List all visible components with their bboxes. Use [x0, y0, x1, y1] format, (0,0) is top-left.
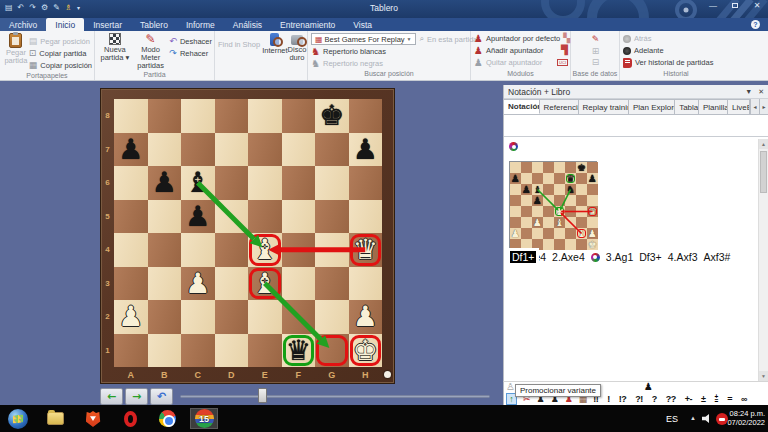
symbol-+-[interactable]: +-	[685, 394, 692, 404]
piece-bP-b6[interactable]: ♟	[148, 166, 182, 200]
ribbon-group-base-datos: ✎ ⊞ ⊟ Base de datos	[571, 31, 620, 80]
chevron-down-icon: ▼	[407, 36, 412, 42]
pegar-partida-button[interactable]: Pegar partida	[3, 33, 29, 71]
rank-label-8: 8	[101, 111, 114, 120]
square-h6[interactable]	[349, 166, 383, 200]
training-ring-icon	[591, 253, 600, 262]
tab-tablero[interactable]: Tablero	[131, 18, 177, 31]
tab-plan-explorer[interactable]: Plan Explorer	[629, 99, 675, 114]
apuntador-por-defecto-button[interactable]: ♟ Apuntador por defecto ▚	[474, 33, 568, 44]
highlight-red-g2	[577, 229, 586, 238]
screen: ▤ ↶ ↷ ⚙ ✎ ♗ ▾ Tablero — ✕ ? Archivo Inic…	[0, 0, 768, 432]
close-button[interactable]: ✕	[750, 0, 764, 12]
square-d8[interactable]	[543, 162, 554, 173]
tab-livebook[interactable]: LiveBook	[728, 99, 750, 114]
highlight-red-e4	[249, 234, 281, 266]
file-explorer-icon[interactable]	[41, 408, 69, 429]
adelante-button[interactable]: Adelante	[623, 45, 730, 56]
ribbon-group-modulos: ♟ Apuntador por defecto ▚ ♟ Añadir apunt…	[471, 31, 571, 80]
square-e5[interactable]	[248, 200, 282, 234]
square-d4[interactable]	[215, 233, 249, 267]
chrome-browser-icon[interactable]	[153, 408, 181, 429]
file-label-G: G	[315, 370, 349, 380]
find-in-shop-button[interactable]: Find in Shop	[218, 39, 260, 50]
internet-search-icon	[270, 33, 279, 46]
square-b5[interactable]	[521, 195, 532, 206]
square-a5[interactable]	[510, 195, 521, 206]
piece-bB-c6[interactable]: ♝	[532, 184, 543, 195]
window-title: Tablero	[0, 3, 768, 13]
group-label: Módulos	[471, 69, 570, 80]
square-b3[interactable]	[521, 217, 532, 228]
tab-tabla[interactable]: Tabla	[675, 99, 699, 114]
replay-board-icon: ▦	[315, 35, 323, 44]
square-c2[interactable]	[532, 228, 543, 239]
forward-icon	[623, 47, 631, 55]
minimize-button[interactable]: —	[706, 0, 720, 12]
symbol-∞[interactable]: ∞	[741, 394, 747, 404]
add-engine-pawn-icon: ♟	[474, 46, 483, 56]
nueva-partida-button[interactable]: Nueva partida ▾	[98, 33, 132, 70]
history-book-icon	[623, 58, 632, 68]
square-b2[interactable]	[148, 300, 182, 334]
square-h3[interactable]	[349, 267, 383, 301]
tab-scroll-left-icon[interactable]: ◂	[750, 99, 759, 114]
square-g1[interactable]	[576, 239, 587, 250]
symbol-=[interactable]: =	[727, 394, 732, 404]
piece-wP-c3[interactable]: ♟	[532, 217, 543, 228]
square-a1[interactable]	[114, 334, 148, 368]
ribbon-group-buscar-posicion: ▦ Best Games For Replay ▼ ⌕ En esta part…	[308, 31, 471, 80]
square-g5[interactable]	[576, 195, 587, 206]
square-a3[interactable]	[114, 267, 148, 301]
file-label-F: F	[282, 370, 316, 380]
takeback-button[interactable]: ↶	[150, 388, 173, 405]
copiar-partida-button[interactable]: ⊡ Copiar partida	[29, 48, 92, 59]
square-b3[interactable]	[148, 267, 182, 301]
ribbon-tab-row: Archivo Inicio Insertar Tablero Informe …	[0, 18, 768, 31]
square-e1[interactable]	[554, 239, 565, 250]
square-d3[interactable]	[543, 217, 554, 228]
square-d3[interactable]	[215, 267, 249, 301]
repertorio-negras-button[interactable]: ♞ Repertorio negras	[311, 58, 468, 69]
square-c4[interactable]	[532, 206, 543, 217]
square-d8[interactable]	[215, 99, 249, 133]
square-f7[interactable]	[282, 133, 316, 167]
deshacer-button[interactable]: ↶ Deshacer	[169, 36, 212, 47]
en-esta-partida-button[interactable]: ⌕ En esta partida	[420, 34, 478, 45]
rank-label-1: 1	[101, 346, 114, 355]
tab-entrenamiento[interactable]: Entrenamiento	[271, 18, 344, 31]
notation-panel-header: Notación + Libro ▼ ✕	[504, 85, 768, 99]
group-label: Partida	[95, 70, 214, 80]
panel-menu-icon[interactable]: ▼	[745, 88, 752, 96]
rank-label-7: 7	[101, 145, 114, 154]
ribbon-group-portapapeles: Pegar partida ▤ Pegar posición ⊡ Copiar …	[0, 31, 95, 80]
move-Df1[interactable]: Df1+	[507, 248, 539, 266]
square-c4[interactable]	[181, 233, 215, 267]
square-h6[interactable]	[587, 184, 598, 195]
square-d7[interactable]	[215, 133, 249, 167]
opera-browser-icon[interactable]	[116, 408, 144, 429]
best-games-dropdown[interactable]: ▦ Best Games For Replay ▼	[311, 33, 416, 45]
square-a4[interactable]	[510, 206, 521, 217]
nag-symbols: !!!!??!???+-±+==∞	[593, 394, 747, 404]
tooltip: Promocionar variante	[515, 384, 601, 397]
piece-bK-g8[interactable]: ♚	[576, 162, 587, 173]
piece-bK-g8[interactable]: ♚	[315, 99, 349, 133]
file-label-H: H	[349, 370, 383, 380]
square-a4[interactable]	[114, 233, 148, 267]
square-d5[interactable]	[543, 195, 554, 206]
piece-bP-a7[interactable]: ♟	[114, 133, 148, 167]
game-position-slider-thumb[interactable]	[258, 388, 267, 403]
square-f1[interactable]	[565, 239, 576, 250]
square-e6[interactable]	[554, 184, 565, 195]
square-h8[interactable]	[587, 162, 598, 173]
restore-button[interactable]	[728, 0, 742, 12]
board-navigation-bar: ← → ↶	[100, 387, 495, 405]
square-e6[interactable]	[248, 166, 282, 200]
figurine-pawn-icon[interactable]: ♙	[506, 382, 515, 392]
file-label-A: A	[114, 370, 148, 380]
square-d1[interactable]	[543, 239, 554, 250]
tab-planilla[interactable]: Planilla	[699, 99, 728, 114]
square-e2[interactable]	[248, 300, 282, 334]
brave-browser-icon[interactable]	[79, 408, 107, 429]
piece-wP-h2[interactable]: ♟	[587, 228, 598, 239]
hard-disk-search-icon	[291, 35, 303, 45]
square-f5[interactable]	[565, 195, 576, 206]
rank-label-3: 3	[101, 279, 114, 288]
square-a8[interactable]	[114, 99, 148, 133]
engine-settings-icon[interactable]: ▚	[563, 34, 570, 43]
ver-historial-button[interactable]: Ver historial de partidas	[623, 57, 730, 68]
figurine-black-pawn-icon[interactable]: ♟	[644, 382, 653, 392]
square-g3[interactable]	[576, 217, 587, 228]
piece-wP-c3[interactable]: ♟	[181, 267, 215, 301]
square-f4[interactable]	[565, 206, 576, 217]
annotation-toolbar: ♙ ♟ ↑ ✂ ♟ ♟ ♟ ▦ !!!!??!???+-±+==∞ Promoc…	[503, 381, 768, 405]
tab-informe[interactable]: Informe	[177, 18, 224, 31]
square-g6[interactable]	[315, 166, 349, 200]
tab-vista[interactable]: Vista	[344, 18, 381, 31]
square-h5[interactable]	[587, 195, 598, 206]
ribbon-group-buscar-web: Find in Shop Internet Disco duro	[215, 31, 308, 80]
tab-inicio[interactable]: Inicio	[46, 18, 84, 31]
notation-panel-tabs: Notación Referencia Replay training Plan…	[504, 99, 768, 115]
symbol-?![interactable]: ?!	[635, 394, 643, 404]
highlight-green-f1	[283, 335, 315, 367]
group-label: Portapapeles	[0, 71, 94, 81]
panel-close-icon[interactable]: ✕	[758, 88, 764, 96]
white-to-move-indicator	[384, 371, 391, 378]
language-indicator[interactable]: ES	[666, 414, 678, 424]
next-move-button[interactable]: →	[125, 388, 148, 405]
piece-bP-c5[interactable]: ♟	[532, 195, 543, 206]
square-g7[interactable]	[576, 173, 587, 184]
panel-scrollbar[interactable]: ▲ ▼	[758, 139, 768, 381]
move-2Axe4[interactable]: 2.Axe4	[552, 251, 585, 263]
panel-title: Notación + Libro	[508, 87, 570, 97]
previous-move-button[interactable]: ←	[100, 388, 123, 405]
square-f2[interactable]	[565, 228, 576, 239]
square-a6[interactable]	[510, 184, 521, 195]
highlight-red-h1	[350, 335, 382, 367]
rehacer-button[interactable]: ↷ Rehacer	[169, 48, 212, 59]
scroll-down-icon[interactable]: ▼	[759, 371, 768, 381]
tab-scroll-right-icon[interactable]: ▸	[759, 99, 768, 114]
notation-content: ♚♛♟♟♟♝♞♟♞♛♟♝♟♝♟♚ 1...Cxe42.Axe4Df1+3.Ag1…	[504, 115, 768, 381]
rank-label-5: 5	[101, 212, 114, 221]
rank-label-6: 6	[101, 178, 114, 187]
training-ring-icon	[509, 142, 518, 151]
square-e7[interactable]	[554, 173, 565, 184]
square-c7[interactable]	[181, 133, 215, 167]
square-d6[interactable]	[543, 184, 554, 195]
disco-duro-button[interactable]: Disco duro	[288, 33, 307, 69]
square-b4[interactable]	[148, 233, 182, 267]
highlight-green-f7	[566, 174, 575, 183]
square-d6[interactable]	[215, 166, 249, 200]
square-c7[interactable]	[532, 173, 543, 184]
square-g4[interactable]	[576, 206, 587, 217]
symbol-![interactable]: !	[607, 394, 610, 404]
square-d4[interactable]	[543, 206, 554, 217]
square-e5[interactable]	[554, 195, 565, 206]
paste-position-icon: ▤	[29, 37, 38, 46]
database-icon-1[interactable]: ⊞	[592, 47, 600, 56]
paste-clipboard-icon	[9, 33, 22, 48]
move-4Axf3[interactable]: 4.Axf3	[668, 251, 698, 263]
back-icon	[623, 35, 631, 43]
group-label: Buscar posición	[308, 69, 470, 80]
ribbon-group-historial: Atrás Adelante Ver historial de partidas…	[620, 31, 732, 80]
rank-label-2: 2	[101, 312, 114, 321]
square-a5[interactable]	[114, 200, 148, 234]
engine-add-icon[interactable]: ▜	[561, 46, 568, 55]
square-e8[interactable]	[248, 99, 282, 133]
square-b8[interactable]	[148, 99, 182, 133]
tab-archivo[interactable]: Archivo	[0, 18, 46, 31]
quitar-apuntador-button[interactable]: ♟ Quitar apuntador UCI	[474, 57, 568, 68]
chessbase-15-icon[interactable]: 15	[190, 408, 218, 429]
symbol-!?[interactable]: !?	[619, 394, 627, 404]
piece-bP-h7[interactable]: ♟	[587, 173, 598, 184]
file-label-B: B	[148, 370, 182, 380]
square-c8[interactable]	[532, 162, 543, 173]
square-e7[interactable]	[248, 133, 282, 167]
uci-icon[interactable]: UCI	[557, 59, 568, 66]
copy-position-icon: ▦	[29, 61, 38, 70]
piece-bP-h7[interactable]: ♟	[349, 133, 383, 167]
square-f5[interactable]	[282, 200, 316, 234]
square-f6[interactable]	[282, 166, 316, 200]
square-a8[interactable]	[510, 162, 521, 173]
highlight-red-h4	[350, 234, 382, 266]
black-repertoire-knight-icon: ♞	[311, 59, 320, 69]
scrollbar-thumb[interactable]	[760, 151, 767, 193]
square-h3[interactable]	[587, 217, 598, 228]
square-c1[interactable]	[181, 334, 215, 368]
square-g3[interactable]	[315, 267, 349, 301]
square-a6[interactable]	[114, 166, 148, 200]
square-c2[interactable]	[181, 300, 215, 334]
remove-engine-icon: ♟	[474, 58, 483, 68]
square-g5[interactable]	[315, 200, 349, 234]
database-icon-2[interactable]: ⊟	[592, 58, 600, 67]
ribbon-group-partida: Nueva partida ▾ ✎ Modo Meter partidas ↶ …	[95, 31, 215, 80]
diagram-board: ♚♛♟♟♟♝♞♟♞♛♟♝♟♝♟♚	[509, 161, 597, 249]
square-e1[interactable]	[248, 334, 282, 368]
anadir-apuntador-button[interactable]: ♟ Añadir apuntador ▜	[474, 45, 568, 56]
redo-arrow-icon: ↷	[169, 49, 177, 58]
group-label: Historial	[620, 69, 732, 80]
square-g7[interactable]	[315, 133, 349, 167]
enter-moves-pencil-icon: ✎	[146, 33, 156, 45]
square-h8[interactable]	[349, 99, 383, 133]
file-label-E: E	[248, 370, 282, 380]
notation-panel: Notación + Libro ▼ ✕ Notación Referencia…	[503, 85, 768, 405]
atras-button[interactable]: Atrás	[623, 33, 730, 44]
square-e8[interactable]	[554, 162, 565, 173]
rank-label-4: 4	[101, 245, 114, 254]
square-d7[interactable]	[543, 173, 554, 184]
square-b2[interactable]	[521, 228, 532, 239]
square-b5[interactable]	[148, 200, 182, 234]
title-bar: ▤ ↶ ↷ ⚙ ✎ ♗ ▾ Tablero — ✕	[0, 0, 768, 18]
copy-game-icon: ⊡	[29, 49, 37, 58]
symbol-??[interactable]: ??	[666, 394, 676, 404]
symbol-plus-over-equals[interactable]: +=	[715, 395, 719, 403]
tab-replay-training[interactable]: Replay training	[579, 99, 629, 114]
engine-pawn-icon: ♟	[474, 34, 483, 44]
square-b1[interactable]	[148, 334, 182, 368]
highlight-red-e3	[249, 268, 281, 300]
square-b4[interactable]	[521, 206, 532, 217]
tray-expand-icon[interactable]: ▲	[690, 415, 696, 421]
repertorio-blancas-button[interactable]: ♞ Repertorio blancas	[311, 46, 468, 57]
search-in-game-icon: ⌕	[420, 34, 424, 44]
new-game-board-icon	[109, 33, 121, 45]
piece-wP-a2[interactable]: ♟	[114, 300, 148, 334]
tab-insertar[interactable]: Insertar	[84, 18, 131, 31]
piece-bN-f6[interactable]: ♞	[565, 184, 576, 195]
square-d5[interactable]	[215, 200, 249, 234]
copiar-posicion-button[interactable]: ▦ Copiar posición	[29, 60, 92, 71]
tab-referencia[interactable]: Referencia	[540, 99, 579, 114]
move-Df3[interactable]: Df3+	[639, 251, 661, 263]
square-f4[interactable]	[282, 233, 316, 267]
file-label-D: D	[215, 370, 249, 380]
move-3Ag1[interactable]: 3.Ag1	[606, 251, 633, 263]
chess-board-frame: ♚♟♟♟♝♟♝♛♟♝♟♟♛♚ 87654321 ABCDEFGH	[100, 88, 395, 384]
file-label-C: C	[181, 370, 215, 380]
tab-notacion[interactable]: Notación	[504, 99, 540, 114]
square-f2[interactable]	[282, 300, 316, 334]
piece-bB-c6[interactable]: ♝	[181, 166, 215, 200]
edit-database-icon[interactable]: ✎	[592, 33, 600, 45]
modo-meter-partidas-button[interactable]: ✎ Modo Meter partidas	[132, 33, 170, 70]
square-f3[interactable]	[565, 217, 576, 228]
piece-bP-b6[interactable]: ♟	[521, 184, 532, 195]
square-f8[interactable]	[282, 99, 316, 133]
square-b8[interactable]	[521, 162, 532, 173]
chess-board[interactable]: ♚♟♟♟♝♟♝♛♟♝♟♟♛♚	[114, 99, 382, 367]
tab-analisis[interactable]: Análisis	[224, 18, 271, 31]
taskbar: 15 ES ▲ 08:24 p.m.07/02/2022	[0, 405, 768, 432]
square-f8[interactable]	[565, 162, 576, 173]
symbol-±[interactable]: ±	[701, 394, 705, 404]
square-c8[interactable]	[181, 99, 215, 133]
clock[interactable]: 08:24 p.m.07/02/2022	[727, 409, 765, 427]
highlight-green-e4	[555, 207, 564, 216]
undo-arrow-icon: ↶	[169, 37, 177, 46]
help-button[interactable]: ?	[751, 20, 760, 29]
piece-wK-h1[interactable]: ♚	[587, 239, 598, 250]
highlight-red-g1	[316, 335, 348, 367]
square-b7[interactable]	[521, 173, 532, 184]
symbol-?[interactable]: ?	[652, 394, 657, 404]
group-label: Base de datos	[571, 69, 619, 80]
piece-bP-c5[interactable]: ♟	[181, 200, 215, 234]
square-g6[interactable]	[576, 184, 587, 195]
square-a3[interactable]	[510, 217, 521, 228]
square-e2[interactable]	[554, 228, 565, 239]
highlight-red-h4	[588, 207, 597, 216]
internet-button[interactable]: Internet	[262, 33, 287, 69]
square-d2[interactable]	[215, 300, 249, 334]
square-g4[interactable]	[315, 233, 349, 267]
move-list[interactable]: 1...Cxe42.Axe4Df1+3.Ag1Df3+4.Axf3Axf3#	[507, 251, 757, 263]
piece-bP-a7[interactable]: ♟	[510, 173, 521, 184]
game-position-slider-track[interactable]	[180, 395, 490, 398]
square-g2[interactable]	[315, 300, 349, 334]
ribbon: Pegar partida ▤ Pegar posición ⊡ Copiar …	[0, 31, 768, 81]
square-d2[interactable]	[543, 228, 554, 239]
white-repertoire-knight-icon: ♞	[311, 47, 320, 57]
tray-app-icon[interactable]	[716, 413, 728, 425]
piece-wP-h2[interactable]: ♟	[349, 300, 383, 334]
volume-icon[interactable]	[702, 414, 712, 423]
piece-wP-a2[interactable]: ♟	[510, 228, 521, 239]
scroll-up-icon[interactable]: ▲	[759, 139, 768, 149]
square-d1[interactable]	[215, 334, 249, 368]
start-button[interactable]	[4, 408, 32, 429]
pegar-posicion-button[interactable]: ▤ Pegar posición	[29, 36, 92, 47]
square-h5[interactable]	[349, 200, 383, 234]
move-Axf3[interactable]: Axf3#	[704, 251, 731, 263]
square-b7[interactable]	[148, 133, 182, 167]
square-f3[interactable]	[282, 267, 316, 301]
piece-wB-e3[interactable]: ♝	[554, 217, 565, 228]
